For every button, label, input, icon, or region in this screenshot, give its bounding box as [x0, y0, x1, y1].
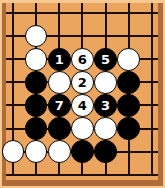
black-stone — [117, 117, 140, 140]
white-stone — [48, 71, 71, 94]
intersection-c3r1[interactable] — [48, 2, 71, 25]
white-stone — [25, 48, 48, 71]
black-stone — [25, 71, 48, 94]
white-stone — [71, 117, 94, 140]
black-stone-move-7: 7 — [48, 94, 71, 117]
intersection-c7r3[interactable] — [140, 48, 163, 71]
intersection-c5r5[interactable]: 3 — [94, 94, 117, 117]
go-diagram: 1652743 — [0, 0, 165, 188]
intersection-c6r3[interactable] — [117, 48, 140, 71]
intersection-c1r6[interactable] — [1, 117, 24, 140]
black-stone — [117, 94, 140, 117]
white-stone-move-6: 6 — [71, 48, 94, 71]
intersection-c1r7[interactable] — [1, 140, 24, 163]
go-board-grid: 1652743 — [1, 2, 163, 187]
intersection-c2r3[interactable] — [25, 48, 48, 71]
intersection-c5r4[interactable] — [94, 71, 117, 94]
white-stone — [94, 117, 117, 140]
intersection-c5r6[interactable] — [94, 117, 117, 140]
white-stone — [94, 71, 117, 94]
intersection-c7r8[interactable] — [140, 163, 163, 186]
intersection-c2r8[interactable] — [25, 163, 48, 186]
intersection-c1r3[interactable] — [1, 48, 24, 71]
black-stone — [94, 140, 117, 163]
black-stone — [117, 71, 140, 94]
black-stone — [48, 117, 71, 140]
intersection-c3r8[interactable] — [48, 163, 71, 186]
intersection-c3r6[interactable] — [48, 117, 71, 140]
intersection-c5r7[interactable] — [94, 140, 117, 163]
intersection-c6r6[interactable] — [117, 117, 140, 140]
intersection-c5r1[interactable] — [94, 2, 117, 25]
intersection-c2r5[interactable] — [25, 94, 48, 117]
intersection-c2r7[interactable] — [25, 140, 48, 163]
intersection-c7r1[interactable] — [140, 2, 163, 25]
intersection-c7r4[interactable] — [140, 71, 163, 94]
white-stone — [25, 25, 48, 48]
intersection-c5r8[interactable] — [94, 163, 117, 186]
intersection-c7r6[interactable] — [140, 117, 163, 140]
intersection-c1r4[interactable] — [1, 71, 24, 94]
intersection-c2r2[interactable] — [25, 25, 48, 48]
intersection-c6r1[interactable] — [117, 2, 140, 25]
intersection-c4r4[interactable]: 2 — [71, 71, 94, 94]
black-stone-move-3: 3 — [94, 94, 117, 117]
intersection-c2r1[interactable] — [25, 2, 48, 25]
intersection-c6r7[interactable] — [117, 140, 140, 163]
intersection-c6r2[interactable] — [117, 25, 140, 48]
intersection-c1r2[interactable] — [1, 25, 24, 48]
intersection-c4r7[interactable] — [71, 140, 94, 163]
intersection-c7r7[interactable] — [140, 140, 163, 163]
black-stone — [71, 140, 94, 163]
intersection-c5r2[interactable] — [94, 25, 117, 48]
intersection-c4r6[interactable] — [71, 117, 94, 140]
intersection-c1r1[interactable] — [1, 2, 24, 25]
intersection-c6r8[interactable] — [117, 163, 140, 186]
intersection-c4r5[interactable]: 4 — [71, 94, 94, 117]
intersection-c1r5[interactable] — [1, 94, 24, 117]
intersection-c3r2[interactable] — [48, 25, 71, 48]
intersection-c3r4[interactable] — [48, 71, 71, 94]
intersection-c7r2[interactable] — [140, 25, 163, 48]
intersection-c4r2[interactable] — [71, 25, 94, 48]
black-stone — [25, 94, 48, 117]
intersection-c3r5[interactable]: 7 — [48, 94, 71, 117]
intersection-c3r7[interactable] — [48, 140, 71, 163]
white-stone — [48, 140, 71, 163]
white-stone — [25, 140, 48, 163]
intersection-c2r4[interactable] — [25, 71, 48, 94]
white-stone — [2, 140, 25, 163]
intersection-c4r8[interactable] — [71, 163, 94, 186]
black-stone — [25, 117, 48, 140]
intersection-c6r5[interactable] — [117, 94, 140, 117]
intersection-c5r3[interactable]: 5 — [94, 48, 117, 71]
intersection-c6r4[interactable] — [117, 71, 140, 94]
black-stone-move-5: 5 — [94, 48, 117, 71]
intersection-c7r5[interactable] — [140, 94, 163, 117]
white-stone-move-4: 4 — [71, 94, 94, 117]
intersection-c4r1[interactable] — [71, 2, 94, 25]
black-stone-move-1: 1 — [48, 48, 71, 71]
white-stone-move-2: 2 — [71, 71, 94, 94]
intersection-c3r3[interactable]: 1 — [48, 48, 71, 71]
white-stone — [117, 48, 140, 71]
intersection-c4r3[interactable]: 6 — [71, 48, 94, 71]
intersection-c1r8[interactable] — [1, 163, 24, 186]
intersection-c2r6[interactable] — [25, 117, 48, 140]
